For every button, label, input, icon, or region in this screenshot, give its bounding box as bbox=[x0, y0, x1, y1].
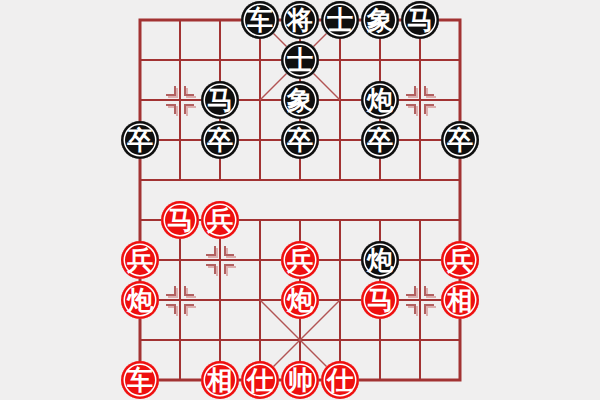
piece-red-pawn[interactable]: 兵 bbox=[441, 241, 479, 279]
piece-red-horse[interactable]: 马 bbox=[161, 201, 199, 239]
piece-black-king[interactable]: 将 bbox=[281, 1, 319, 39]
piece-black-horse[interactable]: 马 bbox=[401, 1, 439, 39]
piece-red-pawn[interactable]: 兵 bbox=[201, 201, 239, 239]
piece-black-horse[interactable]: 马 bbox=[201, 81, 239, 119]
piece-black-advisor[interactable]: 士 bbox=[321, 1, 359, 39]
piece-red-cannon[interactable]: 炮 bbox=[281, 281, 319, 319]
piece-red-cannon[interactable]: 炮 bbox=[121, 281, 159, 319]
piece-black-advisor[interactable]: 士 bbox=[281, 41, 319, 79]
piece-red-king[interactable]: 帅 bbox=[281, 361, 319, 399]
piece-black-pawn[interactable]: 卒 bbox=[281, 121, 319, 159]
piece-black-elephant[interactable]: 象 bbox=[361, 1, 399, 39]
piece-black-pawn[interactable]: 卒 bbox=[121, 121, 159, 159]
piece-black-pawn[interactable]: 卒 bbox=[361, 121, 399, 159]
piece-red-advisor[interactable]: 仕 bbox=[321, 361, 359, 399]
piece-black-cannon[interactable]: 炮 bbox=[361, 241, 399, 279]
piece-black-cannon[interactable]: 炮 bbox=[361, 81, 399, 119]
piece-red-horse[interactable]: 马 bbox=[361, 281, 399, 319]
piece-red-elephant[interactable]: 相 bbox=[441, 281, 479, 319]
piece-black-pawn[interactable]: 卒 bbox=[201, 121, 239, 159]
piece-red-pawn[interactable]: 兵 bbox=[281, 241, 319, 279]
piece-black-rook[interactable]: 车 bbox=[241, 1, 279, 39]
pieces-layer: 车将士象马士马象炮卒卒卒卒卒炮马兵兵兵兵炮炮马相车相仕帅仕 bbox=[0, 0, 600, 400]
piece-black-elephant[interactable]: 象 bbox=[281, 81, 319, 119]
xiangqi-board: 车将士象马士马象炮卒卒卒卒卒炮马兵兵兵兵炮炮马相车相仕帅仕 bbox=[0, 0, 600, 400]
piece-red-elephant[interactable]: 相 bbox=[201, 361, 239, 399]
piece-red-pawn[interactable]: 兵 bbox=[121, 241, 159, 279]
piece-black-pawn[interactable]: 卒 bbox=[441, 121, 479, 159]
piece-red-rook[interactable]: 车 bbox=[121, 361, 159, 399]
piece-red-advisor[interactable]: 仕 bbox=[241, 361, 279, 399]
